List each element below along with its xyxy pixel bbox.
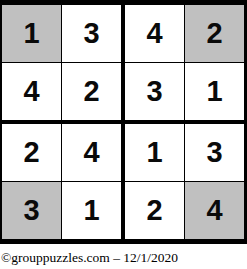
cell-digit: 1 <box>206 77 222 106</box>
cell-digit: 4 <box>83 138 99 167</box>
cell-digit: 2 <box>23 138 39 167</box>
cell-digit: 4 <box>23 77 39 106</box>
cell-r1c2[interactable]: 3 <box>62 5 121 62</box>
cell-digit: 1 <box>146 138 162 167</box>
cell-digit: 3 <box>206 138 222 167</box>
cell-digit: 1 <box>83 196 99 225</box>
cell-r1c3[interactable]: 4 <box>125 5 184 62</box>
cell-r1c1[interactable]: 1 <box>2 5 61 62</box>
cell-r3c4[interactable]: 3 <box>185 124 244 181</box>
cell-r3c2[interactable]: 4 <box>62 124 121 181</box>
cell-digit: 4 <box>146 19 162 48</box>
copyright-credit: ©grouppuzzles.com – 12/1/2020 <box>0 244 247 266</box>
cell-digit: 4 <box>206 196 222 225</box>
cell-digit: 2 <box>83 77 99 106</box>
cell-r4c2[interactable]: 1 <box>62 182 121 239</box>
cell-r2c1[interactable]: 4 <box>2 63 61 120</box>
cell-digit: 3 <box>83 19 99 48</box>
sudoku-board: 1342423124133124 <box>0 0 247 244</box>
cell-r3c1[interactable]: 2 <box>2 124 61 181</box>
cell-r2c4[interactable]: 1 <box>185 63 244 120</box>
cell-digit: 2 <box>146 196 162 225</box>
cell-r4c1[interactable]: 3 <box>2 182 61 239</box>
cell-r2c2[interactable]: 2 <box>62 63 121 120</box>
cell-r1c4[interactable]: 2 <box>185 5 244 62</box>
cell-r4c4[interactable]: 4 <box>185 182 244 239</box>
cell-digit: 2 <box>206 19 222 48</box>
cell-r4c3[interactable]: 2 <box>125 182 184 239</box>
cell-digit: 3 <box>23 196 39 225</box>
cell-digit: 1 <box>23 19 39 48</box>
cell-r3c3[interactable]: 1 <box>125 124 184 181</box>
cell-digit: 3 <box>146 77 162 106</box>
cell-r2c3[interactable]: 3 <box>125 63 184 120</box>
